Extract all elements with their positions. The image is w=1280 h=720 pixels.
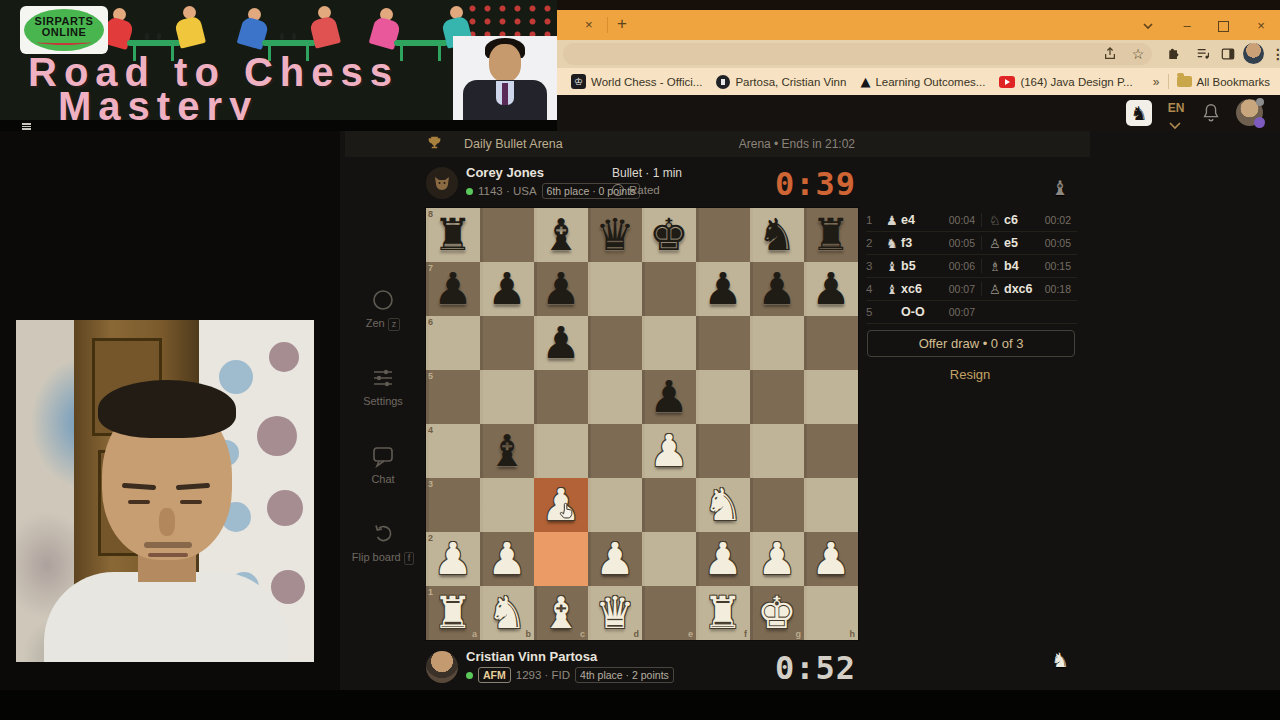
move-number: 5	[866, 306, 886, 318]
browser-chrome: × + – × ☆ ⋮	[557, 0, 1280, 95]
white-move-xc6[interactable]: ♝xc600:07	[886, 282, 981, 296]
tab-bar: × + – ×	[557, 10, 1280, 40]
file-label-g: g	[796, 629, 802, 639]
move-san: xc6	[901, 282, 939, 296]
tab-close-icon[interactable]: ×	[585, 17, 593, 32]
chess-board: 8♜♝♛♚♞♜7♟♟♟♟♟♟6♟5♟4♝♟3♟♞2♟♟♟♟♟♟1a♜b♞c♝d♛…	[426, 208, 858, 640]
white-move-O-O[interactable]: O-O00:07	[886, 305, 981, 319]
file-label-d: d	[634, 629, 640, 639]
square-c4[interactable]	[534, 424, 588, 478]
square-f5[interactable]	[696, 370, 750, 424]
black-bishop-c8[interactable]: ♝	[541, 213, 580, 257]
bottom-letterbox	[0, 690, 1280, 720]
square-a4[interactable]: 4	[426, 424, 480, 478]
square-c3[interactable]: ♟	[534, 478, 588, 532]
covered-nav-strip	[0, 120, 557, 131]
square-h3[interactable]	[804, 478, 858, 532]
browser-toolbar: ☆ ⋮	[557, 40, 1280, 68]
square-c2[interactable]	[534, 532, 588, 586]
square-f7[interactable]: ♟	[696, 262, 750, 316]
file-label-c: c	[580, 629, 585, 639]
square-h1[interactable]: h	[804, 586, 858, 640]
black-pawn-c7[interactable]: ♟	[541, 267, 580, 311]
piece-letter-icon: ♙	[989, 283, 1004, 296]
bookmarks-divider	[1168, 74, 1169, 89]
black-queen-d8[interactable]: ♛	[595, 213, 634, 257]
bottom-player-title-badge: AFM	[478, 667, 511, 683]
bottom-player-avatar[interactable]	[426, 651, 458, 683]
white-pawn-d2[interactable]: ♟	[595, 537, 634, 581]
file-label-h: h	[850, 629, 856, 639]
window-minimize-button[interactable]: –	[1179, 18, 1195, 33]
top-player-clock: 0:39	[775, 165, 856, 203]
black-pawn-e5[interactable]: ♟	[649, 375, 688, 419]
white-queen-d1[interactable]: ♛	[595, 591, 634, 635]
piece-letter-icon: ♟	[886, 214, 901, 227]
white-pawn-e4[interactable]: ♟	[649, 429, 688, 473]
square-d2[interactable]: ♟	[588, 532, 642, 586]
move-san: b4	[1004, 259, 1035, 273]
square-d4[interactable]	[588, 424, 642, 478]
move-row-2: 2♞f300:05♙e500:05	[866, 232, 1077, 255]
online-dot	[466, 672, 473, 679]
black-pawn-c6[interactable]: ♟	[541, 321, 580, 365]
piece-letter-icon: ♘	[989, 214, 1004, 227]
bottom-player-standing-badge: 4th place · 2 points	[575, 667, 674, 683]
bottom-player-rating: 1293 · FID	[516, 669, 570, 681]
black-pawn-f7[interactable]: ♟	[703, 267, 742, 311]
square-h6[interactable]	[804, 316, 858, 370]
square-f6[interactable]	[696, 316, 750, 370]
new-tab-button[interactable]: +	[617, 14, 627, 34]
move-time: 00:05	[939, 237, 975, 249]
square-e7[interactable]	[642, 262, 696, 316]
piece-letter-icon: ♗	[989, 260, 1004, 273]
square-a6[interactable]: 6	[426, 316, 480, 370]
share-icon[interactable]	[1101, 45, 1119, 63]
black-move-dxc6[interactable]: ♙dxc600:18	[981, 282, 1077, 296]
square-b7[interactable]: ♟	[480, 262, 534, 316]
square-d5[interactable]	[588, 370, 642, 424]
tournament-status: Arena • Ends in 21:02	[739, 137, 855, 151]
online-dot	[466, 188, 473, 195]
square-f1[interactable]: f♜	[696, 586, 750, 640]
file-label-b: b	[526, 629, 532, 639]
chess-king-favicon: ♔	[571, 74, 586, 89]
piece-letter-icon: ♞	[886, 237, 901, 250]
move-time: 00:06	[939, 260, 975, 272]
game-time-control: Bullet · 1 min	[612, 166, 682, 180]
white-knight-b1[interactable]: ♞	[487, 591, 526, 635]
square-e5[interactable]: ♟	[642, 370, 696, 424]
bottom-player-name[interactable]: Cristian Vinn Partosa	[466, 649, 597, 664]
square-d8[interactable]: ♛	[588, 208, 642, 262]
top-player-rating: 1143 · USA	[478, 185, 537, 197]
black-bishop-b4[interactable]: ♝	[487, 429, 526, 473]
address-bar[interactable]	[563, 43, 1152, 65]
black-pawn-h7[interactable]: ♟	[811, 267, 850, 311]
language-chevron-down-icon[interactable]	[1168, 116, 1182, 124]
move-san: e5	[1004, 236, 1035, 250]
square-g4[interactable]	[750, 424, 804, 478]
window-close-button[interactable]: ×	[1253, 18, 1269, 33]
white-pawn-g2[interactable]: ♟	[757, 537, 796, 581]
square-b1[interactable]: b♞	[480, 586, 534, 640]
folder-icon	[1177, 76, 1192, 87]
window-menu-chevron-icon[interactable]	[1140, 18, 1156, 33]
rank-label-4: 4	[428, 425, 433, 435]
square-e8[interactable]: ♚	[642, 208, 696, 262]
tab-divider	[607, 17, 608, 33]
square-f4[interactable]	[696, 424, 750, 478]
move-time: 00:05	[1035, 237, 1071, 249]
white-pawn-b2[interactable]: ♟	[487, 537, 526, 581]
bookmarks-overflow-button[interactable]: »	[1153, 75, 1160, 89]
square-f2[interactable]: ♟	[696, 532, 750, 586]
white-move-b5[interactable]: ♝b500:06	[886, 259, 981, 273]
square-h2[interactable]: ♟	[804, 532, 858, 586]
white-pawn-f2[interactable]: ♟	[703, 537, 742, 581]
square-a5[interactable]: 5	[426, 370, 480, 424]
square-d6[interactable]	[588, 316, 642, 370]
white-rook-f1[interactable]: ♜	[703, 591, 742, 635]
move-row-5: 5O-O00:07	[866, 301, 1077, 324]
piece-letter-icon: ♝	[886, 260, 901, 273]
white-move-e4[interactable]: ♟e400:04	[886, 213, 981, 227]
black-move-e5[interactable]: ♙e500:05	[981, 236, 1077, 250]
bottom-player-clock: 0:52	[775, 649, 856, 687]
wolf-avatar-icon	[432, 173, 452, 193]
notification-bell-icon[interactable]	[1200, 101, 1222, 129]
move-san: f3	[901, 236, 939, 250]
bookmark-java-design[interactable]: (164) Java Design P...	[999, 76, 1132, 88]
banner-title-line2: Mastery	[58, 84, 258, 120]
move-san: e4	[901, 213, 939, 227]
bookmark-world-chess[interactable]: ♔ World Chess - Offici...	[571, 74, 702, 89]
square-e2[interactable]	[642, 532, 696, 586]
move-time: 00:07	[939, 306, 975, 318]
zen-hotkey-badge: z	[388, 318, 401, 331]
site-profile-avatar[interactable]	[1236, 99, 1263, 126]
top-player-avatar[interactable]	[426, 167, 458, 199]
move-time: 00:04	[939, 214, 975, 226]
square-h5[interactable]	[804, 370, 858, 424]
offer-draw-button[interactable]: Offer draw • 0 of 3	[867, 330, 1075, 357]
avatar-grey-badge	[1256, 98, 1264, 106]
square-d7[interactable]	[588, 262, 642, 316]
square-e6[interactable]	[642, 316, 696, 370]
move-time: 00:02	[1035, 214, 1071, 226]
square-d3[interactable]	[588, 478, 642, 532]
move-time: 00:07	[939, 283, 975, 295]
square-g6[interactable]	[750, 316, 804, 370]
zen-mode-button[interactable]: Zenz	[341, 288, 425, 331]
top-player-name[interactable]: Corey Jones	[466, 165, 544, 180]
move-san: b5	[901, 259, 939, 273]
logo-squiggle	[37, 39, 91, 45]
move-time: 00:18	[1035, 283, 1071, 295]
rank-label-7: 7	[428, 263, 433, 273]
mustache	[144, 542, 192, 548]
square-b3[interactable]	[480, 478, 534, 532]
bookmark-star-icon[interactable]: ☆	[1129, 45, 1147, 63]
bookmarks-bar: ♔ World Chess - Offici... Partosa, Crist…	[557, 68, 1280, 95]
move-san: O-O	[901, 305, 939, 319]
move-number: 1	[866, 214, 886, 226]
move-number: 2	[866, 237, 886, 249]
all-bookmarks-button[interactable]: All Bookmarks	[1177, 76, 1271, 88]
square-c5[interactable]	[534, 370, 588, 424]
square-e3[interactable]	[642, 478, 696, 532]
move-time: 00:15	[1035, 260, 1071, 272]
trophy-icon	[427, 135, 442, 154]
black-move-b4[interactable]: ♗b400:15	[981, 259, 1077, 273]
square-h4[interactable]	[804, 424, 858, 478]
rank-label-3: 3	[428, 479, 433, 489]
tournament-name[interactable]: Daily Bullet Arena	[464, 137, 563, 151]
mountain-favicon: ▲	[860, 75, 870, 88]
square-b6[interactable]	[480, 316, 534, 370]
square-h8[interactable]: ♜	[804, 208, 858, 262]
white-pawn-a2[interactable]: ♟	[433, 537, 472, 581]
settings-button[interactable]: Settings	[341, 366, 425, 407]
square-d1[interactable]: d♛	[588, 586, 642, 640]
square-c8[interactable]: ♝	[534, 208, 588, 262]
square-a1[interactable]: 1a♜	[426, 586, 480, 640]
square-g3[interactable]	[750, 478, 804, 532]
white-pawn-h2[interactable]: ♟	[811, 537, 850, 581]
white-knight-f3[interactable]: ♞	[703, 483, 742, 527]
chat-button[interactable]: Chat	[341, 444, 425, 485]
move-number: 4	[866, 283, 886, 295]
streamer-shirt	[44, 572, 288, 662]
eye-left	[128, 500, 150, 504]
window-edge	[557, 0, 1280, 10]
logo-text-bottom: ONLINE	[42, 27, 87, 38]
black-king-e8[interactable]: ♚	[649, 213, 688, 257]
square-a3[interactable]: 3	[426, 478, 480, 532]
captured-knight-icon: ♞	[1040, 648, 1080, 672]
streamer-headshot-photo	[453, 36, 557, 120]
resign-button[interactable]: Resign	[867, 367, 1073, 382]
zen-circle-icon	[371, 288, 395, 312]
square-c1[interactable]: c♝	[534, 586, 588, 640]
browser-profile-avatar[interactable]	[1243, 43, 1264, 64]
black-pawn-g7[interactable]: ♟	[757, 267, 796, 311]
black-pawn-a7[interactable]: ♟	[433, 267, 472, 311]
black-rook-a8[interactable]: ♜	[433, 213, 472, 257]
square-a2[interactable]: 2♟	[426, 532, 480, 586]
logo-text-top: SIRPARTS	[35, 16, 94, 27]
language-selector[interactable]: EN	[1164, 101, 1188, 115]
flip-rotate-icon	[371, 522, 395, 546]
square-a8[interactable]: 8♜	[426, 208, 480, 262]
square-b8[interactable]	[480, 208, 534, 262]
white-move-f3[interactable]: ♞f300:05	[886, 236, 981, 250]
rated-circle-icon	[612, 184, 624, 196]
square-e1[interactable]: e	[642, 586, 696, 640]
browser-menu-kebab-icon[interactable]: ⋮	[1269, 45, 1280, 63]
hamburger-icon[interactable]	[22, 122, 31, 131]
flip-hotkey-badge: f	[404, 552, 415, 565]
square-h7[interactable]: ♟	[804, 262, 858, 316]
square-f3[interactable]: ♞	[696, 478, 750, 532]
move-row-1: 1♟e400:04♘c600:02	[866, 209, 1077, 232]
knight-extension-icon[interactable]: ♞	[1126, 100, 1152, 126]
white-bishop-c1[interactable]: ♝	[541, 591, 580, 635]
flip-board-button[interactable]: Flip boardf	[341, 522, 425, 565]
square-f8[interactable]	[696, 208, 750, 262]
bookmark-learning-outcomes[interactable]: ▲ Learning Outcomes...	[860, 75, 985, 88]
file-label-e: e	[688, 629, 693, 639]
sirparts-online-logo: SIRPARTS ONLINE	[20, 6, 108, 54]
square-b5[interactable]	[480, 370, 534, 424]
rank-label-6: 6	[428, 317, 433, 327]
player-bottom-row: Cristian Vinn Partosa AFM 1293 · FID 4th…	[426, 648, 856, 690]
rank-label-1: 1	[428, 587, 433, 597]
black-move-c6[interactable]: ♘c600:02	[981, 213, 1077, 227]
window-maximize-button[interactable]	[1218, 21, 1229, 32]
bookmark-partosa[interactable]: Partosa, Cristian Vinn	[716, 75, 846, 89]
screen: SIRPARTS ONLINE Road to Chess Mastery × …	[0, 0, 1280, 720]
piece-letter-icon: ♝	[886, 283, 901, 296]
square-e4[interactable]: ♟	[642, 424, 696, 478]
eye-right	[180, 500, 202, 504]
side-panel-icon[interactable]	[1219, 45, 1237, 63]
square-g8[interactable]: ♞	[750, 208, 804, 262]
move-number: 3	[866, 260, 886, 272]
rank-label-8: 8	[428, 209, 433, 219]
black-rook-h8[interactable]: ♜	[811, 213, 850, 257]
move-san: c6	[1004, 213, 1035, 227]
square-g2[interactable]: ♟	[750, 532, 804, 586]
player-top-row: Corey Jones 1143 · USA 6th place · 0 poi…	[426, 164, 856, 206]
tournament-bar: Daily Bullet Arena Arena • Ends in 21:02	[345, 131, 1090, 157]
move-row-3: 3♝b500:06♗b400:15	[866, 255, 1077, 278]
black-knight-g8[interactable]: ♞	[757, 213, 796, 257]
stream-banner: SIRPARTS ONLINE Road to Chess Mastery	[0, 0, 557, 120]
sliders-icon	[371, 366, 395, 390]
chat-bubble-icon	[371, 444, 395, 468]
rank-label-5: 5	[428, 371, 433, 381]
square-c7[interactable]: ♟	[534, 262, 588, 316]
move-san: dxc6	[1004, 282, 1035, 296]
reading-list-icon[interactable]	[1194, 45, 1212, 63]
piece-letter-icon: ♙	[989, 237, 1004, 250]
nose	[159, 508, 175, 536]
extensions-puzzle-icon[interactable]	[1165, 45, 1183, 63]
white-king-g1[interactable]: ♚	[757, 591, 796, 635]
square-g7[interactable]: ♟	[750, 262, 804, 316]
youtube-favicon	[999, 76, 1015, 88]
rank-label-2: 2	[428, 533, 433, 543]
profile-favicon	[716, 75, 730, 89]
avatar-purple-badge	[1254, 117, 1265, 128]
square-g5[interactable]	[750, 370, 804, 424]
square-b2[interactable]: ♟	[480, 532, 534, 586]
file-label-a: a	[472, 629, 477, 639]
move-row-4: 4♝xc600:07♙dxc600:18	[866, 278, 1077, 301]
captured-bishop-icon: ♝	[1040, 176, 1080, 200]
game-mode: Rated	[612, 184, 660, 196]
webcam-overlay	[16, 320, 314, 662]
square-c6[interactable]: ♟	[534, 316, 588, 370]
square-b4[interactable]: ♝	[480, 424, 534, 478]
mouse-hand-cursor	[556, 500, 576, 520]
square-g1[interactable]: g♚	[750, 586, 804, 640]
black-pawn-b7[interactable]: ♟	[487, 267, 526, 311]
white-rook-a1[interactable]: ♜	[433, 591, 472, 635]
streamer-hair	[98, 380, 236, 438]
file-label-f: f	[744, 629, 747, 639]
move-list: 1♟e400:04♘c600:022♞f300:05♙e500:053♝b500…	[866, 209, 1077, 324]
square-a7[interactable]: 7♟	[426, 262, 480, 316]
mouth	[148, 553, 188, 557]
